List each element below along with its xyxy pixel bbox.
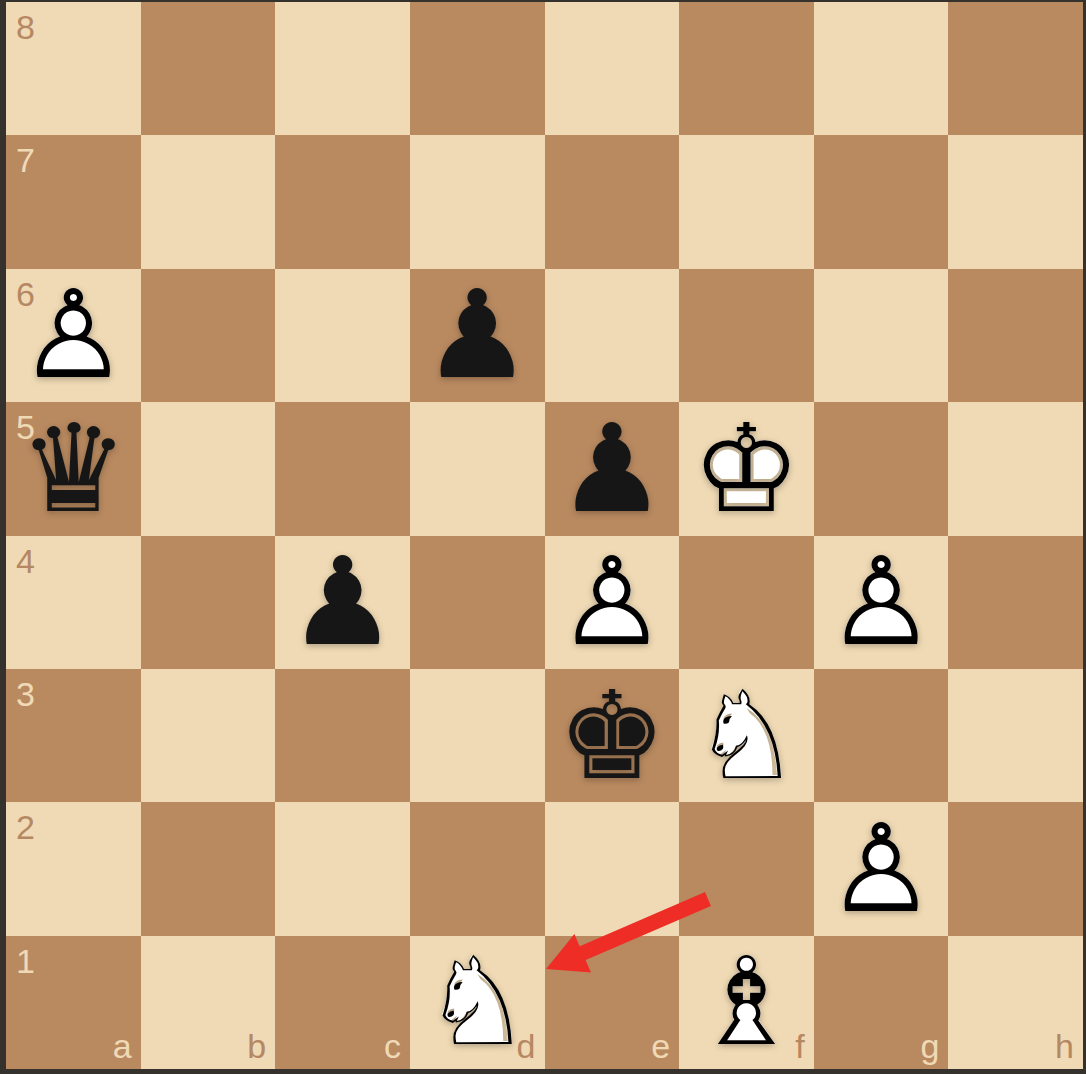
- rank-label-7: 7: [16, 143, 35, 177]
- square-b7[interactable]: [141, 135, 276, 268]
- file-label-h: h: [1055, 1029, 1074, 1063]
- square-a8[interactable]: 8: [6, 2, 141, 135]
- square-g8[interactable]: [814, 2, 949, 135]
- square-c2[interactable]: [275, 802, 410, 935]
- white-pawn-outline-glyph: ♙: [814, 802, 949, 935]
- square-e4[interactable]: ♟♙: [545, 536, 680, 669]
- square-b6[interactable]: [141, 269, 276, 402]
- square-a5[interactable]: 5♛: [6, 402, 141, 535]
- white-pawn-outline-glyph: ♙: [545, 536, 680, 669]
- square-g4[interactable]: ♟♙: [814, 536, 949, 669]
- square-a3[interactable]: 3: [6, 669, 141, 802]
- rank-label-8: 8: [16, 10, 35, 44]
- rank-label-2: 2: [16, 810, 35, 844]
- file-label-g: g: [920, 1029, 939, 1063]
- square-c8[interactable]: [275, 2, 410, 135]
- square-f2[interactable]: [679, 802, 814, 935]
- black-queen-glyph: ♛: [6, 402, 141, 535]
- square-h7[interactable]: [948, 135, 1083, 268]
- square-c6[interactable]: [275, 269, 410, 402]
- black-queen[interactable]: ♛: [6, 402, 141, 535]
- white-pawn-outline-glyph: ♙: [814, 536, 949, 669]
- square-e3[interactable]: ♚: [545, 669, 680, 802]
- square-h5[interactable]: [948, 402, 1083, 535]
- square-h3[interactable]: [948, 669, 1083, 802]
- square-g3[interactable]: [814, 669, 949, 802]
- white-bishop-outline-glyph: ♗: [679, 936, 814, 1069]
- black-pawn-glyph: ♟: [545, 402, 680, 535]
- square-g6[interactable]: [814, 269, 949, 402]
- white-knight[interactable]: ♞♘: [679, 669, 814, 802]
- file-label-a: a: [113, 1029, 132, 1063]
- black-pawn-glyph: ♟: [275, 536, 410, 669]
- square-d8[interactable]: [410, 2, 545, 135]
- square-f8[interactable]: [679, 2, 814, 135]
- square-a6[interactable]: 6♟♙: [6, 269, 141, 402]
- square-e2[interactable]: [545, 802, 680, 935]
- square-c3[interactable]: [275, 669, 410, 802]
- black-pawn-glyph: ♟: [410, 269, 545, 402]
- board-squares: 876♟♙♟5♛♟♚♔4♟♟♙♟♙3♚♞♘2♟♙1abcd♞♘ef♝♗gh: [6, 2, 1083, 1069]
- black-king-glyph: ♚: [545, 669, 680, 802]
- black-pawn[interactable]: ♟: [410, 269, 545, 402]
- square-g5[interactable]: [814, 402, 949, 535]
- white-king[interactable]: ♚♔: [679, 402, 814, 535]
- white-knight-outline-glyph: ♘: [410, 936, 545, 1069]
- square-e1[interactable]: e: [545, 936, 680, 1069]
- square-h6[interactable]: [948, 269, 1083, 402]
- square-c4[interactable]: ♟: [275, 536, 410, 669]
- square-f4[interactable]: [679, 536, 814, 669]
- square-a4[interactable]: 4: [6, 536, 141, 669]
- black-pawn[interactable]: ♟: [275, 536, 410, 669]
- white-pawn[interactable]: ♟♙: [814, 802, 949, 935]
- square-g1[interactable]: g: [814, 936, 949, 1069]
- black-king[interactable]: ♚: [545, 669, 680, 802]
- white-knight-outline-glyph: ♘: [679, 669, 814, 802]
- square-c1[interactable]: c: [275, 936, 410, 1069]
- square-f1[interactable]: f♝♗: [679, 936, 814, 1069]
- square-e5[interactable]: ♟: [545, 402, 680, 535]
- square-e7[interactable]: [545, 135, 680, 268]
- square-b2[interactable]: [141, 802, 276, 935]
- square-c7[interactable]: [275, 135, 410, 268]
- file-label-e: e: [651, 1029, 670, 1063]
- square-e8[interactable]: [545, 2, 680, 135]
- rank-label-4: 4: [16, 544, 35, 578]
- square-d1[interactable]: d♞♘: [410, 936, 545, 1069]
- square-f3[interactable]: ♞♘: [679, 669, 814, 802]
- square-a2[interactable]: 2: [6, 802, 141, 935]
- square-f6[interactable]: [679, 269, 814, 402]
- rank-label-3: 3: [16, 677, 35, 711]
- square-d6[interactable]: ♟: [410, 269, 545, 402]
- white-knight[interactable]: ♞♘: [410, 936, 545, 1069]
- square-b4[interactable]: [141, 536, 276, 669]
- square-e6[interactable]: [545, 269, 680, 402]
- square-h4[interactable]: [948, 536, 1083, 669]
- square-d5[interactable]: [410, 402, 545, 535]
- square-d3[interactable]: [410, 669, 545, 802]
- white-pawn[interactable]: ♟♙: [545, 536, 680, 669]
- square-g7[interactable]: [814, 135, 949, 268]
- square-d2[interactable]: [410, 802, 545, 935]
- square-b8[interactable]: [141, 2, 276, 135]
- file-label-b: b: [247, 1029, 266, 1063]
- square-h1[interactable]: h: [948, 936, 1083, 1069]
- square-g2[interactable]: ♟♙: [814, 802, 949, 935]
- square-h2[interactable]: [948, 802, 1083, 935]
- square-f5[interactable]: ♚♔: [679, 402, 814, 535]
- white-pawn-outline-glyph: ♙: [6, 269, 141, 402]
- chess-board: 876♟♙♟5♛♟♚♔4♟♟♙♟♙3♚♞♘2♟♙1abcd♞♘ef♝♗gh: [0, 0, 1086, 1074]
- square-b1[interactable]: b: [141, 936, 276, 1069]
- black-pawn[interactable]: ♟: [545, 402, 680, 535]
- square-a1[interactable]: 1a: [6, 936, 141, 1069]
- square-b3[interactable]: [141, 669, 276, 802]
- square-f7[interactable]: [679, 135, 814, 268]
- file-label-c: c: [384, 1029, 401, 1063]
- square-c5[interactable]: [275, 402, 410, 535]
- square-b5[interactable]: [141, 402, 276, 535]
- rank-label-1: 1: [16, 944, 35, 978]
- white-pawn[interactable]: ♟♙: [6, 269, 141, 402]
- square-h8[interactable]: [948, 2, 1083, 135]
- white-pawn[interactable]: ♟♙: [814, 536, 949, 669]
- square-d4[interactable]: [410, 536, 545, 669]
- white-king-outline-glyph: ♔: [679, 402, 814, 535]
- square-a7[interactable]: 7: [6, 135, 141, 268]
- white-bishop[interactable]: ♝♗: [679, 936, 814, 1069]
- square-d7[interactable]: [410, 135, 545, 268]
